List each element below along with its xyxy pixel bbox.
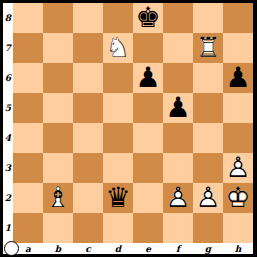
square-a5[interactable] [13,93,43,123]
rank-label-2: 2 [3,183,13,213]
piece-white-pawn-fill: ♟ [193,183,223,213]
square-d8[interactable] [103,3,133,33]
square-g2[interactable]: ♟♙ [193,183,223,213]
piece-white-pawn-fill: ♟ [163,183,193,213]
square-c4[interactable] [73,123,103,153]
square-e7[interactable] [133,33,163,63]
piece-white-knight-fill: ♞ [103,33,133,63]
square-e6[interactable]: ♟ [133,63,163,93]
file-label-h: h [223,243,253,254]
piece-black-pawn: ♟ [163,93,193,123]
square-g1[interactable] [193,213,223,243]
rank-label-1: 1 [3,213,13,243]
square-d6[interactable] [103,63,133,93]
square-c8[interactable] [73,3,103,33]
file-label-g: g [193,243,223,254]
file-label-b: b [43,243,73,254]
square-d5[interactable] [103,93,133,123]
square-d7[interactable]: ♞♘ [103,33,133,63]
square-h3[interactable]: ♟♙ [223,153,253,183]
piece-white-knight: ♘ [103,33,133,63]
square-a1[interactable] [13,213,43,243]
white-to-move-indicator [4,241,19,256]
square-g8[interactable] [193,3,223,33]
piece-white-bishop-fill: ♝ [43,183,73,213]
piece-white-rook: ♖ [193,33,223,63]
square-f6[interactable] [163,63,193,93]
square-b1[interactable] [43,213,73,243]
square-c1[interactable] [73,213,103,243]
square-f2[interactable]: ♟♙ [163,183,193,213]
piece-black-queen: ♛ [103,183,133,213]
square-e2[interactable] [133,183,163,213]
file-label-f: f [163,243,193,254]
square-c6[interactable] [73,63,103,93]
square-f5[interactable]: ♟ [163,93,193,123]
square-e5[interactable] [133,93,163,123]
square-e4[interactable] [133,123,163,153]
square-h5[interactable] [223,93,253,123]
square-c3[interactable] [73,153,103,183]
square-b3[interactable] [43,153,73,183]
chess-diagram: 87654321 ♚♞♘♜♖♟♟♟♟♙♝♗♛♟♙♟♙♚♔ abcdefgh [0,0,257,257]
square-f8[interactable] [163,3,193,33]
rank-label-5: 5 [3,93,13,123]
square-b5[interactable] [43,93,73,123]
square-h2[interactable]: ♚♔ [223,183,253,213]
square-b4[interactable] [43,123,73,153]
rank-label-4: 4 [3,123,13,153]
square-g5[interactable] [193,93,223,123]
square-a8[interactable] [13,3,43,33]
piece-black-pawn: ♟ [133,63,163,93]
square-a2[interactable] [13,183,43,213]
piece-white-rook-fill: ♜ [193,33,223,63]
square-b6[interactable] [43,63,73,93]
square-c5[interactable] [73,93,103,123]
rank-label-3: 3 [3,153,13,183]
square-g3[interactable] [193,153,223,183]
square-b7[interactable] [43,33,73,63]
piece-white-pawn: ♙ [193,183,223,213]
piece-white-bishop: ♗ [43,183,73,213]
square-a3[interactable] [13,153,43,183]
square-h1[interactable] [223,213,253,243]
piece-white-pawn: ♙ [163,183,193,213]
square-d2[interactable]: ♛ [103,183,133,213]
file-labels: abcdefgh [3,243,253,254]
piece-white-king: ♔ [223,183,253,213]
square-f7[interactable] [163,33,193,63]
square-e8[interactable]: ♚ [133,3,163,33]
file-label-d: d [103,243,133,254]
piece-white-pawn: ♙ [223,153,253,183]
square-f1[interactable] [163,213,193,243]
square-c7[interactable] [73,33,103,63]
chess-board: ♚♞♘♜♖♟♟♟♟♙♝♗♛♟♙♟♙♚♔ [13,3,253,243]
square-f4[interactable] [163,123,193,153]
piece-black-king: ♚ [133,3,163,33]
piece-white-king-fill: ♚ [223,183,253,213]
square-g7[interactable]: ♜♖ [193,33,223,63]
square-d4[interactable] [103,123,133,153]
square-a4[interactable] [13,123,43,153]
rank-labels: 87654321 [3,3,13,243]
square-h8[interactable] [223,3,253,33]
square-g6[interactable] [193,63,223,93]
rank-label-7: 7 [3,33,13,63]
square-d3[interactable] [103,153,133,183]
square-h6[interactable]: ♟ [223,63,253,93]
square-g4[interactable] [193,123,223,153]
file-label-e: e [133,243,163,254]
file-label-c: c [73,243,103,254]
square-a6[interactable] [13,63,43,93]
square-a7[interactable] [13,33,43,63]
square-e1[interactable] [133,213,163,243]
square-d1[interactable] [103,213,133,243]
piece-white-pawn-fill: ♟ [223,153,253,183]
square-e3[interactable] [133,153,163,183]
square-b8[interactable] [43,3,73,33]
piece-black-pawn: ♟ [223,63,253,93]
rank-label-6: 6 [3,63,13,93]
rank-label-8: 8 [3,3,13,33]
square-h4[interactable] [223,123,253,153]
square-h7[interactable] [223,33,253,63]
square-b2[interactable]: ♝♗ [43,183,73,213]
square-c2[interactable] [73,183,103,213]
square-f3[interactable] [163,153,193,183]
